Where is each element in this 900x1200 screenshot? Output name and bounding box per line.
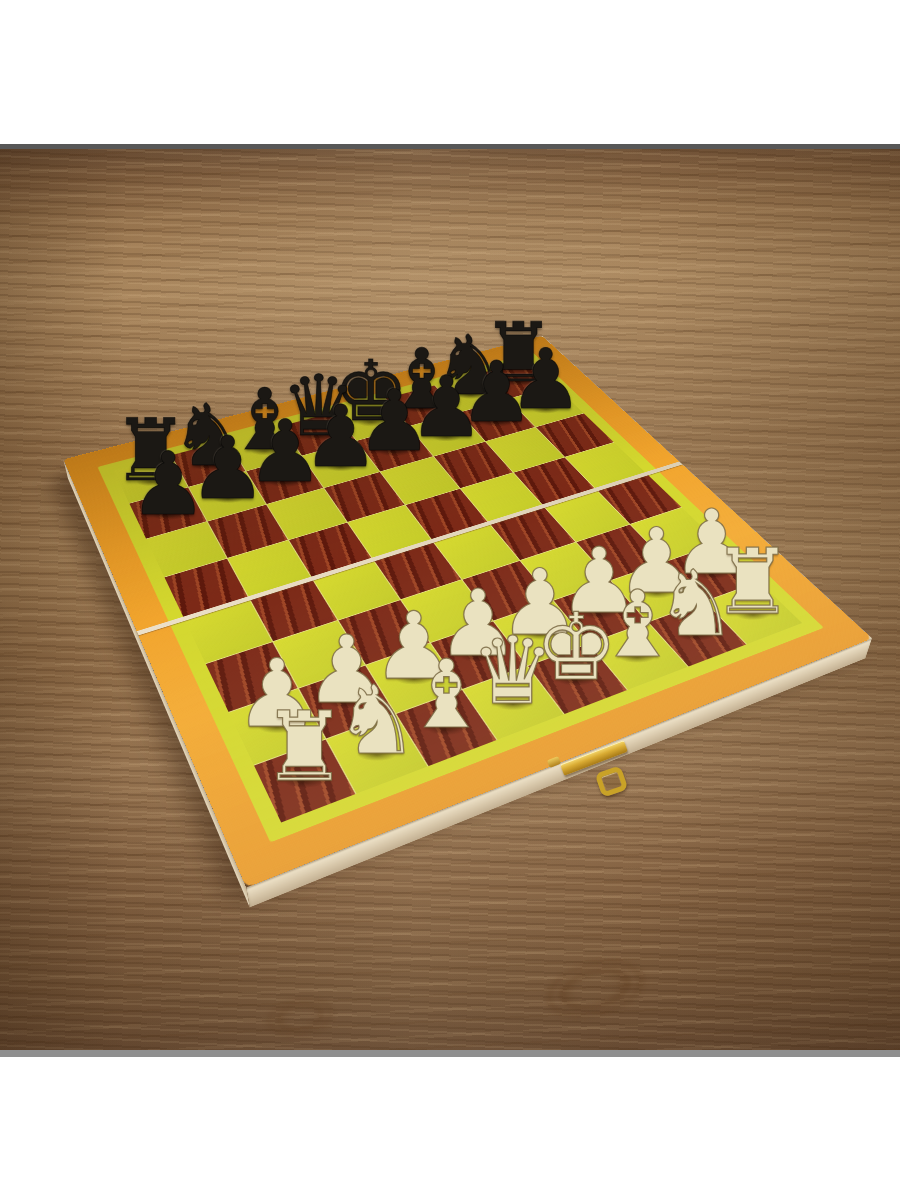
product-photo-page: ♜♞♝♛♚♝♞♜♟♟♟♟♟♟♟♟♟♟♟♟♟♟♟♟♜♞♝♛♚♝♞♜ [0, 0, 900, 1200]
photo-frame: ♜♞♝♛♚♝♞♜♟♟♟♟♟♟♟♟♟♟♟♟♟♟♟♟♜♞♝♛♚♝♞♜ [0, 144, 900, 1057]
wood-knot [513, 932, 678, 1046]
wood-knot [246, 981, 354, 1054]
